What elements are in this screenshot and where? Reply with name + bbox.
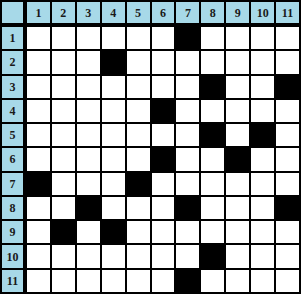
cell-r10-c1[interactable] — [27, 245, 50, 267]
col-header-7: 7 — [176, 2, 199, 25]
cell-r7-c11[interactable] — [276, 173, 299, 195]
cell-r10-c4[interactable] — [102, 245, 125, 267]
cell-r1-c2[interactable] — [52, 27, 75, 49]
cell-r6-c10[interactable] — [251, 148, 274, 170]
row-header-11: 11 — [2, 270, 25, 292]
cell-r9-c8[interactable] — [201, 221, 224, 243]
cell-r4-c8[interactable] — [201, 100, 224, 122]
col-header-10: 10 — [251, 2, 274, 25]
cell-r10-c10[interactable] — [251, 245, 274, 267]
cell-r2-c4[interactable] — [102, 51, 125, 73]
cell-r3-c10[interactable] — [251, 76, 274, 98]
cell-r7-c5[interactable] — [127, 173, 150, 195]
cell-r7-c7[interactable] — [176, 173, 199, 195]
col-header-8: 8 — [201, 2, 224, 25]
cell-r5-c10[interactable] — [251, 124, 274, 146]
cell-r4-c3[interactable] — [77, 100, 100, 122]
cell-r3-c5[interactable] — [127, 76, 150, 98]
cell-r3-c3[interactable] — [77, 76, 100, 98]
cell-r11-c3[interactable] — [77, 270, 100, 292]
cell-r2-c5[interactable] — [127, 51, 150, 73]
col-header-9: 9 — [226, 2, 249, 25]
cell-r6-c1[interactable] — [27, 148, 50, 170]
cell-r6-c5[interactable] — [127, 148, 150, 170]
col-header-2: 2 — [52, 2, 75, 25]
cell-r9-c10[interactable] — [251, 221, 274, 243]
cell-r10-c2[interactable] — [52, 245, 75, 267]
cell-r7-c3[interactable] — [77, 173, 100, 195]
cell-r5-c7[interactable] — [176, 124, 199, 146]
row-header-9: 9 — [2, 221, 25, 243]
cell-r9-c1[interactable] — [27, 221, 50, 243]
cell-r5-c1[interactable] — [27, 124, 50, 146]
cell-r2-c6[interactable] — [152, 51, 175, 73]
cell-r8-c6[interactable] — [152, 197, 175, 219]
cell-r8-c4[interactable] — [102, 197, 125, 219]
cell-r2-c11[interactable] — [276, 51, 299, 73]
col-header-4: 4 — [102, 2, 125, 25]
cell-r3-c2[interactable] — [52, 76, 75, 98]
cell-r7-c4[interactable] — [102, 173, 125, 195]
col-header-3: 3 — [77, 2, 100, 25]
col-header-6: 6 — [152, 2, 175, 25]
cell-r8-c8[interactable] — [201, 197, 224, 219]
cell-r6-c11[interactable] — [276, 148, 299, 170]
cell-r7-c2[interactable] — [52, 173, 75, 195]
cell-r2-c1[interactable] — [27, 51, 50, 73]
cell-r10-c11[interactable] — [276, 245, 299, 267]
cell-r8-c10[interactable] — [251, 197, 274, 219]
row-header-8: 8 — [2, 197, 25, 219]
cell-r3-c4[interactable] — [102, 76, 125, 98]
cell-r10-c5[interactable] — [127, 245, 150, 267]
row-header-10: 10 — [2, 245, 25, 267]
cell-r11-c4[interactable] — [102, 270, 125, 292]
cell-r4-c4[interactable] — [102, 100, 125, 122]
cell-r7-c9[interactable] — [226, 173, 249, 195]
cell-r11-c9[interactable] — [226, 270, 249, 292]
cell-r10-c9[interactable] — [226, 245, 249, 267]
cell-r7-c1[interactable] — [27, 173, 50, 195]
cell-r9-c4[interactable] — [102, 221, 125, 243]
cell-r4-c7[interactable] — [176, 100, 199, 122]
row-header-3: 3 — [2, 76, 25, 98]
cell-r4-c10[interactable] — [251, 100, 274, 122]
cell-r4-c2[interactable] — [52, 100, 75, 122]
cell-r1-c11[interactable] — [276, 27, 299, 49]
cell-r4-c9[interactable] — [226, 100, 249, 122]
cell-r3-c7[interactable] — [176, 76, 199, 98]
cell-r4-c1[interactable] — [27, 100, 50, 122]
cell-r11-c2[interactable] — [52, 270, 75, 292]
col-header-1: 1 — [27, 2, 50, 25]
cell-r8-c5[interactable] — [127, 197, 150, 219]
cell-r6-c2[interactable] — [52, 148, 75, 170]
cell-r6-c3[interactable] — [77, 148, 100, 170]
cell-r5-c11[interactable] — [276, 124, 299, 146]
cell-r8-c11[interactable] — [276, 197, 299, 219]
row-header-5: 5 — [2, 124, 25, 146]
col-header-11: 11 — [276, 2, 299, 25]
cell-r1-c8[interactable] — [201, 27, 224, 49]
cell-r5-c4[interactable] — [102, 124, 125, 146]
cell-r1-c4[interactable] — [102, 27, 125, 49]
cell-r3-c9[interactable] — [226, 76, 249, 98]
cell-r3-c11[interactable] — [276, 76, 299, 98]
cell-r6-c4[interactable] — [102, 148, 125, 170]
cell-r9-c5[interactable] — [127, 221, 150, 243]
cell-r1-c7[interactable] — [176, 27, 199, 49]
cell-r2-c7[interactable] — [176, 51, 199, 73]
cell-r1-c1[interactable] — [27, 27, 50, 49]
row-header-7: 7 — [2, 173, 25, 195]
cell-r11-c6[interactable] — [152, 270, 175, 292]
cell-r1-c5[interactable] — [127, 27, 150, 49]
cell-r6-c8[interactable] — [201, 148, 224, 170]
cell-r4-c6[interactable] — [152, 100, 175, 122]
cell-r11-c10[interactable] — [251, 270, 274, 292]
cell-r8-c7[interactable] — [176, 197, 199, 219]
cell-r7-c8[interactable] — [201, 173, 224, 195]
corner-cell — [2, 2, 25, 25]
row-header-6: 6 — [2, 148, 25, 170]
cell-r11-c11[interactable] — [276, 270, 299, 292]
cell-r11-c1[interactable] — [27, 270, 50, 292]
cell-r10-c3[interactable] — [77, 245, 100, 267]
cell-r1-c3[interactable] — [77, 27, 100, 49]
cell-r4-c11[interactable] — [276, 100, 299, 122]
cell-r7-c6[interactable] — [152, 173, 175, 195]
cell-r1-c6[interactable] — [152, 27, 175, 49]
cell-r9-c9[interactable] — [226, 221, 249, 243]
row-header-4: 4 — [2, 100, 25, 122]
col-header-5: 5 — [127, 2, 150, 25]
cell-r9-c11[interactable] — [276, 221, 299, 243]
cell-r5-c6[interactable] — [152, 124, 175, 146]
cell-r6-c7[interactable] — [176, 148, 199, 170]
cell-r8-c1[interactable] — [27, 197, 50, 219]
cell-r6-c9[interactable] — [226, 148, 249, 170]
cell-r10-c8[interactable] — [201, 245, 224, 267]
cell-r9-c7[interactable] — [176, 221, 199, 243]
cell-r2-c3[interactable] — [77, 51, 100, 73]
cell-r10-c7[interactable] — [176, 245, 199, 267]
cell-r11-c8[interactable] — [201, 270, 224, 292]
cell-r2-c9[interactable] — [226, 51, 249, 73]
cell-r9-c3[interactable] — [77, 221, 100, 243]
puzzle-board: 12345678910111234567891011 — [0, 0, 301, 294]
cell-r2-c8[interactable] — [201, 51, 224, 73]
cell-r5-c3[interactable] — [77, 124, 100, 146]
cell-r3-c1[interactable] — [27, 76, 50, 98]
cell-r5-c2[interactable] — [52, 124, 75, 146]
cell-r5-c8[interactable] — [201, 124, 224, 146]
cell-r1-c9[interactable] — [226, 27, 249, 49]
cell-r11-c7[interactable] — [176, 270, 199, 292]
cell-r9-c2[interactable] — [52, 221, 75, 243]
cell-r11-c5[interactable] — [127, 270, 150, 292]
cell-r3-c6[interactable] — [152, 76, 175, 98]
cell-r8-c3[interactable] — [77, 197, 100, 219]
cell-r5-c9[interactable] — [226, 124, 249, 146]
cell-r8-c2[interactable] — [52, 197, 75, 219]
cell-r3-c8[interactable] — [201, 76, 224, 98]
puzzle-grid: 12345678910111234567891011 — [2, 2, 299, 292]
cell-r10-c6[interactable] — [152, 245, 175, 267]
row-header-2: 2 — [2, 51, 25, 73]
cell-r6-c6[interactable] — [152, 148, 175, 170]
cell-r2-c10[interactable] — [251, 51, 274, 73]
row-header-1: 1 — [2, 27, 25, 49]
cell-r2-c2[interactable] — [52, 51, 75, 73]
cell-r9-c6[interactable] — [152, 221, 175, 243]
cell-r5-c5[interactable] — [127, 124, 150, 146]
cell-r1-c10[interactable] — [251, 27, 274, 49]
cell-r4-c5[interactable] — [127, 100, 150, 122]
cell-r7-c10[interactable] — [251, 173, 274, 195]
cell-r8-c9[interactable] — [226, 197, 249, 219]
